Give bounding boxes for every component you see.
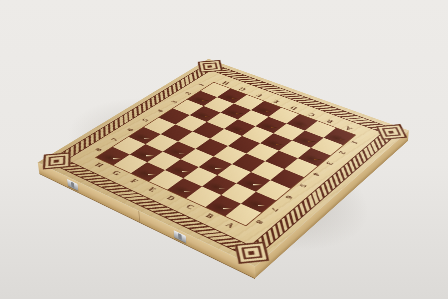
rank-label-left-4: 4	[148, 104, 173, 117]
square-a5	[270, 169, 304, 188]
rank-label-left-1: 1	[190, 79, 214, 91]
rank-label-right-4: 4	[304, 166, 330, 182]
square-d1	[269, 108, 300, 124]
rank-label-left-5: 5	[133, 113, 159, 127]
square-h1	[201, 83, 230, 98]
piece-body	[174, 175, 194, 191]
piece-top	[248, 185, 269, 195]
square-d4	[228, 136, 260, 154]
rank-label-right-5: 5	[290, 177, 317, 194]
square-c1	[287, 114, 318, 130]
square-g3	[190, 106, 221, 122]
square-c2	[274, 124, 305, 141]
square-d2	[255, 117, 286, 133]
square-d3	[242, 126, 274, 143]
square-f4	[193, 122, 225, 139]
file-label-far-B: B	[317, 115, 343, 128]
square-e3	[224, 119, 255, 136]
file-label-far-E: E	[264, 95, 290, 107]
square-h5	[144, 118, 176, 135]
rank-label-right-8: 8	[246, 213, 275, 232]
square-b4	[265, 151, 298, 169]
piece-body	[136, 141, 155, 156]
piece-body	[248, 189, 269, 205]
piece-top	[169, 134, 188, 143]
piece-top	[209, 168, 229, 178]
piece-body	[138, 159, 158, 175]
rank-label-left-3: 3	[162, 95, 187, 108]
square-g2	[204, 97, 234, 112]
piece-body	[169, 138, 188, 153]
piece-body	[205, 153, 225, 169]
piece-body	[243, 169, 263, 185]
file-label-far-G: G	[230, 83, 255, 95]
scene-3d: HHGGFFEEDDCCBBAA1122334455667788	[0, 0, 448, 299]
file-label-near-G: G	[103, 165, 131, 180]
rank-label-right-6: 6	[276, 189, 304, 207]
rank-label-left-2: 2	[176, 87, 200, 100]
square-h3	[173, 100, 203, 116]
piece-top	[136, 137, 155, 146]
piece-body	[304, 145, 323, 160]
file-label-far-A: A	[336, 122, 363, 135]
piece-body	[209, 172, 229, 188]
piece-body	[213, 192, 234, 208]
piece-top	[243, 165, 263, 175]
piece-body	[172, 156, 192, 172]
square-c3	[260, 133, 292, 150]
piece-top	[138, 155, 158, 164]
file-label-far-H: H	[214, 77, 239, 88]
piece-top	[213, 188, 234, 198]
rank-label-right-1: 1	[343, 135, 368, 150]
piece-top	[103, 140, 122, 149]
square-a1	[324, 128, 355, 145]
file-label-far-F: F	[247, 89, 272, 101]
folding-seam	[138, 211, 140, 223]
file-label-near-E: E	[138, 181, 167, 197]
square-b1	[305, 121, 336, 138]
piece-top	[205, 149, 225, 158]
square-g4	[175, 115, 206, 131]
metal-clasp-right	[174, 230, 186, 243]
file-label-far-D: D	[281, 102, 307, 114]
file-label-far-C: C	[299, 108, 325, 121]
square-h2	[187, 91, 217, 106]
file-label-near-A: A	[215, 216, 246, 234]
piece-top	[172, 152, 192, 161]
square-g1	[217, 89, 247, 104]
square-e2	[238, 110, 269, 126]
file-label-near-C: C	[176, 198, 206, 215]
piece-top	[304, 141, 323, 150]
corner-motif-far-left	[198, 60, 223, 72]
corner-motif-far-right	[376, 124, 407, 140]
square-h4	[159, 108, 190, 124]
piece-body	[103, 144, 122, 159]
rank-label-right-2: 2	[330, 145, 355, 160]
piece-top	[174, 171, 194, 181]
braid-strip-far	[201, 62, 400, 137]
square-f1	[234, 95, 264, 110]
square-c4	[246, 143, 278, 161]
square-e1	[251, 101, 281, 117]
square-f2	[221, 104, 252, 120]
square-e4	[210, 129, 242, 146]
metal-clasp-left	[67, 179, 78, 191]
square-f3	[207, 113, 238, 129]
rank-label-left-6: 6	[118, 123, 144, 137]
photo-stage: HHGGFFEEDDCCBBAA1122334455667788	[0, 0, 448, 299]
